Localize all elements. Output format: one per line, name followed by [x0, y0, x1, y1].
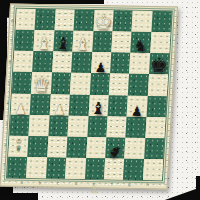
file-coordinates: abcdefgh	[13, 180, 157, 188]
rank-label-2: 2	[4, 142, 7, 147]
black-bishop[interactable]: ♝	[90, 100, 106, 117]
square-d2[interactable]	[66, 136, 87, 157]
file-label-b: b	[39, 180, 42, 185]
file-label-f: f	[111, 181, 113, 186]
square-f8[interactable]	[112, 10, 133, 31]
square-e1[interactable]	[84, 158, 105, 179]
file-label-h: h	[146, 182, 149, 187]
square-h4[interactable]	[146, 96, 167, 117]
square-c3[interactable]	[48, 115, 69, 136]
square-a4[interactable]: ♟	[11, 93, 32, 114]
square-a5[interactable]	[12, 72, 33, 93]
file-label-d: d	[75, 181, 78, 186]
square-a7[interactable]	[14, 30, 35, 51]
square-b7[interactable]: ♝	[34, 30, 55, 51]
square-e5[interactable]	[89, 73, 110, 94]
square-f6[interactable]	[110, 53, 131, 74]
square-b1[interactable]	[26, 157, 47, 178]
square-c7[interactable]: ♝	[53, 30, 74, 51]
square-g3[interactable]	[126, 116, 147, 137]
table-dark-edge-bottom	[0, 193, 38, 200]
square-b6[interactable]	[32, 51, 53, 72]
square-b5[interactable]: ♛	[31, 72, 52, 93]
square-a1[interactable]	[7, 157, 28, 178]
square-g5[interactable]	[128, 74, 149, 95]
square-a6[interactable]	[13, 51, 34, 72]
chess-board[interactable]: ♚♝♝♝♞♟♚♛♟♟♝♟♔♛♞ abcdefgh 87654321	[0, 4, 178, 190]
square-f2[interactable]: ♞	[105, 137, 126, 158]
square-e2[interactable]	[86, 137, 107, 158]
board-grid: ♚♝♝♝♞♟♚♛♟♟♝♟♔♛♞	[7, 9, 172, 181]
square-c1[interactable]	[46, 157, 67, 178]
square-d7[interactable]: ♝	[72, 31, 93, 52]
file-label-a: a	[20, 180, 23, 185]
black-knight[interactable]: ♞	[133, 39, 147, 54]
square-e4[interactable]: ♝	[88, 94, 109, 115]
square-g1[interactable]	[123, 159, 144, 180]
black-pawn[interactable]: ♟	[94, 61, 106, 74]
rank-label-6: 6	[9, 60, 12, 65]
square-h6[interactable]: ♚	[149, 53, 170, 74]
square-g8[interactable]	[132, 11, 153, 32]
rank-label-1: 1	[3, 163, 6, 168]
square-c8[interactable]	[54, 9, 75, 30]
square-a8[interactable]	[16, 9, 37, 30]
white-bishop[interactable]: ♝	[74, 36, 90, 53]
square-g6[interactable]	[129, 53, 150, 74]
square-f4[interactable]	[107, 95, 128, 116]
square-g2[interactable]	[124, 137, 145, 158]
square-b3[interactable]	[29, 115, 50, 136]
square-g4[interactable]: ♟	[127, 95, 148, 116]
square-c4[interactable]: ♟	[49, 94, 70, 115]
white-queen[interactable]: ♛	[32, 74, 51, 94]
square-e3[interactable]	[87, 116, 108, 137]
table-dark-edge-right	[196, 176, 200, 200]
black-bishop[interactable]: ♝	[55, 36, 71, 53]
white-pawn[interactable]: ♟	[53, 103, 65, 116]
square-e8[interactable]: ♚	[93, 10, 114, 31]
square-h8[interactable]	[151, 11, 172, 32]
square-b8[interactable]	[35, 9, 56, 30]
black-king[interactable]: ♚	[149, 55, 168, 75]
square-c2[interactable]	[47, 136, 68, 157]
square-h3[interactable]	[145, 117, 166, 138]
rank-label-3: 3	[5, 121, 8, 126]
square-f7[interactable]	[111, 31, 132, 52]
white-king[interactable]: ♚	[94, 12, 113, 32]
square-h7[interactable]	[150, 32, 171, 53]
square-d4[interactable]	[69, 94, 90, 115]
square-d8[interactable]	[74, 10, 95, 31]
rank-label-5: 5	[7, 80, 10, 85]
stray-white-piece[interactable]: ♙	[90, 186, 98, 195]
maker-mark-glyph: ♛	[15, 146, 22, 153]
square-h2[interactable]	[144, 138, 165, 159]
square-d6[interactable]	[71, 52, 92, 73]
square-c5[interactable]	[51, 73, 72, 94]
board-maker-mark: ♔♛	[15, 139, 22, 153]
square-h1[interactable]	[143, 159, 164, 180]
file-label-g: g	[128, 182, 131, 187]
file-label-c: c	[57, 181, 59, 186]
white-bishop[interactable]: ♝	[36, 35, 52, 52]
square-f3[interactable]	[106, 116, 127, 137]
rank-label-7: 7	[10, 39, 13, 44]
square-a3[interactable]	[9, 114, 30, 135]
square-d3[interactable]	[68, 115, 89, 136]
square-c6[interactable]	[52, 52, 73, 73]
rank-label-8: 8	[11, 18, 14, 23]
square-e6[interactable]: ♟	[91, 52, 112, 73]
chessboard-photo-scene: ♚♝♝♝♞♟♚♛♟♟♝♟♔♛♞ abcdefgh 87654321 ♙	[0, 0, 200, 200]
square-b2[interactable]	[28, 136, 49, 157]
white-pawn[interactable]: ♟	[14, 102, 26, 115]
black-pawn[interactable]: ♟	[131, 104, 143, 117]
square-d5[interactable]	[70, 73, 91, 94]
rank-label-4: 4	[6, 101, 9, 106]
square-g7[interactable]: ♞	[130, 32, 151, 53]
square-f5[interactable]	[109, 74, 130, 95]
square-d1[interactable]	[65, 158, 86, 179]
square-a2[interactable]: ♔♛	[8, 135, 29, 156]
